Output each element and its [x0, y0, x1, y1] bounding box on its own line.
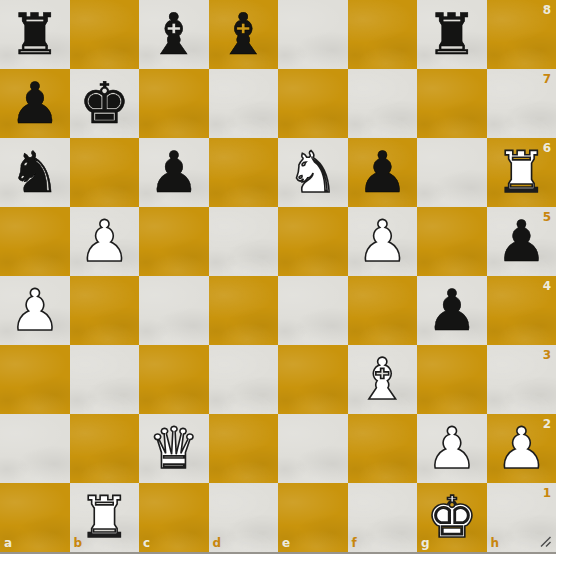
piece-white-pawn[interactable]: ♟ [0, 276, 70, 345]
square-h5[interactable]: ♟5 [487, 207, 557, 276]
square-g4[interactable]: ♟ [417, 276, 487, 345]
square-g1[interactable]: ♚g [417, 483, 487, 552]
square-g3[interactable] [417, 345, 487, 414]
square-b5[interactable]: ♟ [70, 207, 140, 276]
square-f3[interactable]: ♝ [348, 345, 418, 414]
square-e1[interactable]: e [278, 483, 348, 552]
square-b3[interactable] [70, 345, 140, 414]
square-a3[interactable] [0, 345, 70, 414]
square-e7[interactable] [278, 69, 348, 138]
square-b4[interactable] [70, 276, 140, 345]
square-a4[interactable]: ♟ [0, 276, 70, 345]
piece-white-pawn[interactable]: ♟ [70, 207, 140, 276]
square-d5[interactable] [209, 207, 279, 276]
square-h6[interactable]: ♜6 [487, 138, 557, 207]
coord-rank-4: 4 [543, 280, 551, 292]
square-h3[interactable]: 3 [487, 345, 557, 414]
piece-black-pawn[interactable]: ♟ [417, 276, 487, 345]
square-b7[interactable]: ♚ [70, 69, 140, 138]
square-f6[interactable]: ♟ [348, 138, 418, 207]
square-b2[interactable] [70, 414, 140, 483]
coord-rank-3: 3 [543, 349, 551, 361]
square-f1[interactable]: f [348, 483, 418, 552]
square-f8[interactable] [348, 0, 418, 69]
piece-white-knight[interactable]: ♞ [278, 138, 348, 207]
square-c5[interactable] [139, 207, 209, 276]
piece-white-queen[interactable]: ♛ [139, 414, 209, 483]
square-a2[interactable] [0, 414, 70, 483]
coord-rank-1: 1 [543, 487, 551, 499]
square-d8[interactable]: ♝ [209, 0, 279, 69]
square-e8[interactable] [278, 0, 348, 69]
square-a8[interactable]: ♜ [0, 0, 70, 69]
square-g2[interactable]: ♟ [417, 414, 487, 483]
piece-black-pawn[interactable]: ♟ [348, 138, 418, 207]
square-h4[interactable]: 4 [487, 276, 557, 345]
piece-black-bishop[interactable]: ♝ [209, 0, 279, 69]
square-b6[interactable] [70, 138, 140, 207]
piece-black-pawn[interactable]: ♟ [139, 138, 209, 207]
square-c6[interactable]: ♟ [139, 138, 209, 207]
square-a7[interactable]: ♟ [0, 69, 70, 138]
square-f2[interactable] [348, 414, 418, 483]
square-h1[interactable]: 1h [487, 483, 557, 552]
piece-black-rook[interactable]: ♜ [0, 0, 70, 69]
coord-file-c: c [143, 537, 150, 549]
coord-file-e: e [282, 537, 290, 549]
square-d3[interactable] [209, 345, 279, 414]
square-d2[interactable] [209, 414, 279, 483]
square-b8[interactable] [70, 0, 140, 69]
piece-black-pawn[interactable]: ♟ [487, 207, 557, 276]
square-c2[interactable]: ♛ [139, 414, 209, 483]
square-a5[interactable] [0, 207, 70, 276]
square-g6[interactable] [417, 138, 487, 207]
square-f7[interactable] [348, 69, 418, 138]
piece-black-pawn[interactable]: ♟ [0, 69, 70, 138]
coord-rank-7: 7 [543, 73, 551, 85]
square-e5[interactable] [278, 207, 348, 276]
square-f4[interactable] [348, 276, 418, 345]
square-g5[interactable] [417, 207, 487, 276]
square-d1[interactable]: d [209, 483, 279, 552]
square-c4[interactable] [139, 276, 209, 345]
square-b1[interactable]: ♜b [70, 483, 140, 552]
piece-black-rook[interactable]: ♜ [417, 0, 487, 69]
square-c1[interactable]: c [139, 483, 209, 552]
piece-white-pawn[interactable]: ♟ [487, 414, 557, 483]
piece-white-rook[interactable]: ♜ [70, 483, 140, 552]
square-h2[interactable]: ♟2 [487, 414, 557, 483]
square-a6[interactable]: ♞ [0, 138, 70, 207]
resize-handle-icon[interactable] [538, 534, 552, 548]
chess-board: ♜♝♝♜8♟♚7♞♟♞♟♜6♟♟♟5♟♟4♝3♛♟♟2a♜bcdef♚g1h [0, 0, 556, 554]
page: ♜♝♝♜8♟♚7♞♟♞♟♜6♟♟♟5♟♟4♝3♛♟♟2a♜bcdef♚g1h [0, 0, 562, 562]
square-h7[interactable]: 7 [487, 69, 557, 138]
piece-white-pawn[interactable]: ♟ [348, 207, 418, 276]
square-d6[interactable] [209, 138, 279, 207]
square-c8[interactable]: ♝ [139, 0, 209, 69]
piece-black-king[interactable]: ♚ [70, 69, 140, 138]
square-c3[interactable] [139, 345, 209, 414]
square-g8[interactable]: ♜ [417, 0, 487, 69]
square-e3[interactable] [278, 345, 348, 414]
square-c7[interactable] [139, 69, 209, 138]
coord-file-h: h [491, 537, 500, 549]
square-g7[interactable] [417, 69, 487, 138]
square-e4[interactable] [278, 276, 348, 345]
piece-white-king[interactable]: ♚ [417, 483, 487, 552]
square-d7[interactable] [209, 69, 279, 138]
piece-black-bishop[interactable]: ♝ [139, 0, 209, 69]
square-e6[interactable]: ♞ [278, 138, 348, 207]
square-f5[interactable]: ♟ [348, 207, 418, 276]
square-h8[interactable]: 8 [487, 0, 557, 69]
coord-rank-8: 8 [543, 4, 551, 16]
piece-white-pawn[interactable]: ♟ [417, 414, 487, 483]
coord-file-a: a [4, 537, 12, 549]
piece-white-rook[interactable]: ♜ [487, 138, 557, 207]
coord-file-f: f [352, 537, 357, 549]
square-d4[interactable] [209, 276, 279, 345]
coord-file-d: d [213, 537, 222, 549]
square-e2[interactable] [278, 414, 348, 483]
square-a1[interactable]: a [0, 483, 70, 552]
piece-black-knight[interactable]: ♞ [0, 138, 70, 207]
piece-white-bishop[interactable]: ♝ [348, 345, 418, 414]
